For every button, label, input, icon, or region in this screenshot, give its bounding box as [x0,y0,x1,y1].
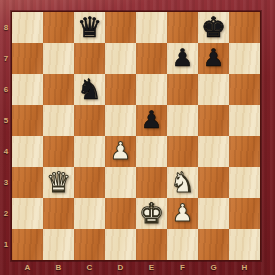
square-e3[interactable] [136,167,167,198]
chess-board: ♛♚♟♟♞♟♟♛♞♚♟ [12,12,260,260]
square-a6[interactable] [12,74,43,105]
square-b4[interactable] [43,136,74,167]
square-b6[interactable] [43,74,74,105]
black-queen-c8[interactable]: ♛ [77,12,102,43]
square-d1[interactable] [105,229,136,260]
file-label-d: D [105,260,136,275]
square-h4[interactable] [229,136,260,167]
rank-label-8: 8 [0,12,12,43]
rank-label-4: 4 [0,136,12,167]
white-king-e2[interactable]: ♚ [139,198,164,229]
square-g1[interactable] [198,229,229,260]
rank-label-2: 2 [0,198,12,229]
square-g7[interactable]: ♟ [198,43,229,74]
square-e4[interactable] [136,136,167,167]
black-pawn-g7[interactable]: ♟ [203,43,225,74]
square-a2[interactable] [12,198,43,229]
square-g2[interactable] [198,198,229,229]
file-label-g: G [198,260,229,275]
square-e7[interactable] [136,43,167,74]
square-f4[interactable] [167,136,198,167]
square-c3[interactable] [74,167,105,198]
square-h5[interactable] [229,105,260,136]
square-d7[interactable] [105,43,136,74]
square-h7[interactable] [229,43,260,74]
square-c1[interactable] [74,229,105,260]
square-d3[interactable] [105,167,136,198]
black-pawn-f7[interactable]: ♟ [172,43,194,74]
rank-label-7: 7 [0,43,12,74]
square-g6[interactable] [198,74,229,105]
file-label-h: H [229,260,260,275]
black-pawn-e5[interactable]: ♟ [141,105,163,136]
file-label-b: B [43,260,74,275]
square-h2[interactable] [229,198,260,229]
black-knight-c6[interactable]: ♞ [77,74,102,105]
white-pawn-d4[interactable]: ♟ [110,136,132,167]
square-g4[interactable] [198,136,229,167]
square-h1[interactable] [229,229,260,260]
file-labels: ABCDEFGH [12,260,260,275]
square-b2[interactable] [43,198,74,229]
chess-board-frame: 87654321 ♛♚♟♟♞♟♟♛♞♚♟ ABCDEFGH [0,0,275,275]
square-e5[interactable]: ♟ [136,105,167,136]
square-g5[interactable] [198,105,229,136]
square-f7[interactable]: ♟ [167,43,198,74]
black-king-g8[interactable]: ♚ [201,12,226,43]
square-a4[interactable] [12,136,43,167]
rank-label-6: 6 [0,74,12,105]
square-e2[interactable]: ♚ [136,198,167,229]
square-f6[interactable] [167,74,198,105]
square-f8[interactable] [167,12,198,43]
square-b1[interactable] [43,229,74,260]
square-h8[interactable] [229,12,260,43]
square-b7[interactable] [43,43,74,74]
square-g8[interactable]: ♚ [198,12,229,43]
square-f5[interactable] [167,105,198,136]
square-b3[interactable]: ♛ [43,167,74,198]
file-label-c: C [74,260,105,275]
square-c7[interactable] [74,43,105,74]
square-g3[interactable] [198,167,229,198]
square-c2[interactable] [74,198,105,229]
square-e6[interactable] [136,74,167,105]
square-f1[interactable] [167,229,198,260]
white-pawn-f2[interactable]: ♟ [172,198,194,229]
square-e8[interactable] [136,12,167,43]
square-h6[interactable] [229,74,260,105]
square-f2[interactable]: ♟ [167,198,198,229]
square-d8[interactable] [105,12,136,43]
rank-labels: 87654321 [0,12,12,260]
rank-label-1: 1 [0,229,12,260]
square-a3[interactable] [12,167,43,198]
file-label-e: E [136,260,167,275]
square-h3[interactable] [229,167,260,198]
square-d5[interactable] [105,105,136,136]
square-d4[interactable]: ♟ [105,136,136,167]
square-b5[interactable] [43,105,74,136]
square-c8[interactable]: ♛ [74,12,105,43]
square-a1[interactable] [12,229,43,260]
rank-label-5: 5 [0,105,12,136]
square-c6[interactable]: ♞ [74,74,105,105]
square-f3[interactable]: ♞ [167,167,198,198]
square-a5[interactable] [12,105,43,136]
white-knight-f3[interactable]: ♞ [170,167,195,198]
square-c4[interactable] [74,136,105,167]
file-label-f: F [167,260,198,275]
rank-label-3: 3 [0,167,12,198]
square-b8[interactable] [43,12,74,43]
square-c5[interactable] [74,105,105,136]
square-a7[interactable] [12,43,43,74]
square-d6[interactable] [105,74,136,105]
square-a8[interactable] [12,12,43,43]
square-d2[interactable] [105,198,136,229]
file-label-a: A [12,260,43,275]
square-e1[interactable] [136,229,167,260]
white-queen-b3[interactable]: ♛ [46,167,71,198]
